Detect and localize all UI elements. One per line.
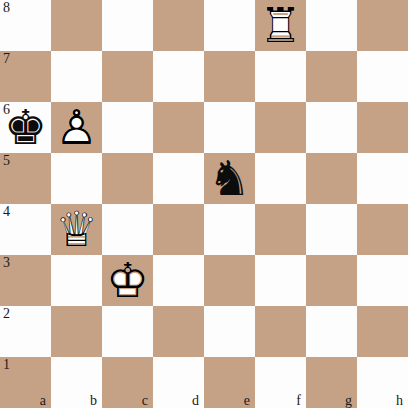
square-f2[interactable] [255,306,306,357]
white-king-piece[interactable]: ♚♔ [102,255,153,306]
square-c7[interactable] [102,51,153,102]
square-h3[interactable] [357,255,408,306]
file-label-h: h [396,393,403,408]
square-a4[interactable]: 4 [0,204,51,255]
white-king-glyph-outline: ♔ [106,255,149,306]
square-f1[interactable]: f [255,357,306,408]
black-knight-glyph-fill: ♞ [208,153,251,204]
square-e6[interactable] [204,102,255,153]
square-g4[interactable] [306,204,357,255]
square-h2[interactable] [357,306,408,357]
square-b1[interactable]: b [51,357,102,408]
white-queen-piece[interactable]: ♛♕ [51,204,102,255]
rank-label-1: 1 [3,357,10,373]
square-e1[interactable]: e [204,357,255,408]
square-d1[interactable]: d [153,357,204,408]
square-e7[interactable] [204,51,255,102]
square-e3[interactable] [204,255,255,306]
square-c4[interactable] [102,204,153,255]
square-b6[interactable]: ♟♙ [51,102,102,153]
white-pawn-glyph-outline: ♙ [55,102,98,153]
square-h7[interactable] [357,51,408,102]
square-b5[interactable] [51,153,102,204]
file-label-c: c [142,393,148,408]
rank-label-4: 4 [3,204,10,220]
square-a2[interactable]: 2 [0,306,51,357]
square-a6[interactable]: 6♚ [0,102,51,153]
file-label-f: f [296,393,301,408]
square-g7[interactable] [306,51,357,102]
square-b3[interactable] [51,255,102,306]
square-d8[interactable] [153,0,204,51]
black-knight-piece[interactable]: ♞ [204,153,255,204]
square-d2[interactable] [153,306,204,357]
square-b4[interactable]: ♛♕ [51,204,102,255]
square-e4[interactable] [204,204,255,255]
square-a5[interactable]: 5 [0,153,51,204]
rank-label-7: 7 [3,51,10,67]
square-b7[interactable] [51,51,102,102]
square-h8[interactable] [357,0,408,51]
square-g6[interactable] [306,102,357,153]
rank-label-3: 3 [3,255,10,271]
white-rook-piece[interactable]: ♜♖ [255,0,306,51]
square-h1[interactable]: h [357,357,408,408]
square-f5[interactable] [255,153,306,204]
square-f4[interactable] [255,204,306,255]
square-g8[interactable] [306,0,357,51]
file-label-d: d [192,393,199,408]
rank-label-2: 2 [3,306,10,322]
square-f8[interactable]: ♜♖ [255,0,306,51]
file-label-b: b [90,393,97,408]
rank-label-8: 8 [3,0,10,16]
square-e8[interactable] [204,0,255,51]
square-e2[interactable] [204,306,255,357]
file-label-g: g [345,393,352,408]
square-h6[interactable] [357,102,408,153]
square-f3[interactable] [255,255,306,306]
square-h4[interactable] [357,204,408,255]
square-b2[interactable] [51,306,102,357]
black-king-glyph-fill: ♚ [4,102,47,153]
square-g3[interactable] [306,255,357,306]
square-a8[interactable]: 8 [0,0,51,51]
square-g5[interactable] [306,153,357,204]
file-label-a: a [40,393,46,408]
square-g1[interactable]: g [306,357,357,408]
square-f6[interactable] [255,102,306,153]
square-d5[interactable] [153,153,204,204]
square-d4[interactable] [153,204,204,255]
white-rook-glyph-outline: ♖ [259,0,302,51]
square-f7[interactable] [255,51,306,102]
square-b8[interactable] [51,0,102,51]
square-c2[interactable] [102,306,153,357]
square-a3[interactable]: 3 [0,255,51,306]
square-c8[interactable] [102,0,153,51]
chess-board: 8♜♖76♚♟♙5♞4♛♕3♚♔21abcdefgh [0,0,408,408]
white-queen-glyph-outline: ♕ [55,204,98,255]
square-c6[interactable] [102,102,153,153]
square-c3[interactable]: ♚♔ [102,255,153,306]
chess-board-screenshot: 8♜♖76♚♟♙5♞4♛♕3♚♔21abcdefgh [0,0,408,408]
square-a1[interactable]: 1a [0,357,51,408]
square-h5[interactable] [357,153,408,204]
square-d3[interactable] [153,255,204,306]
file-label-e: e [244,393,250,408]
square-c1[interactable]: c [102,357,153,408]
rank-label-5: 5 [3,153,10,169]
square-e5[interactable]: ♞ [204,153,255,204]
black-king-piece[interactable]: ♚ [0,102,51,153]
square-g2[interactable] [306,306,357,357]
white-pawn-piece[interactable]: ♟♙ [51,102,102,153]
square-c5[interactable] [102,153,153,204]
square-a7[interactable]: 7 [0,51,51,102]
square-d6[interactable] [153,102,204,153]
square-d7[interactable] [153,51,204,102]
